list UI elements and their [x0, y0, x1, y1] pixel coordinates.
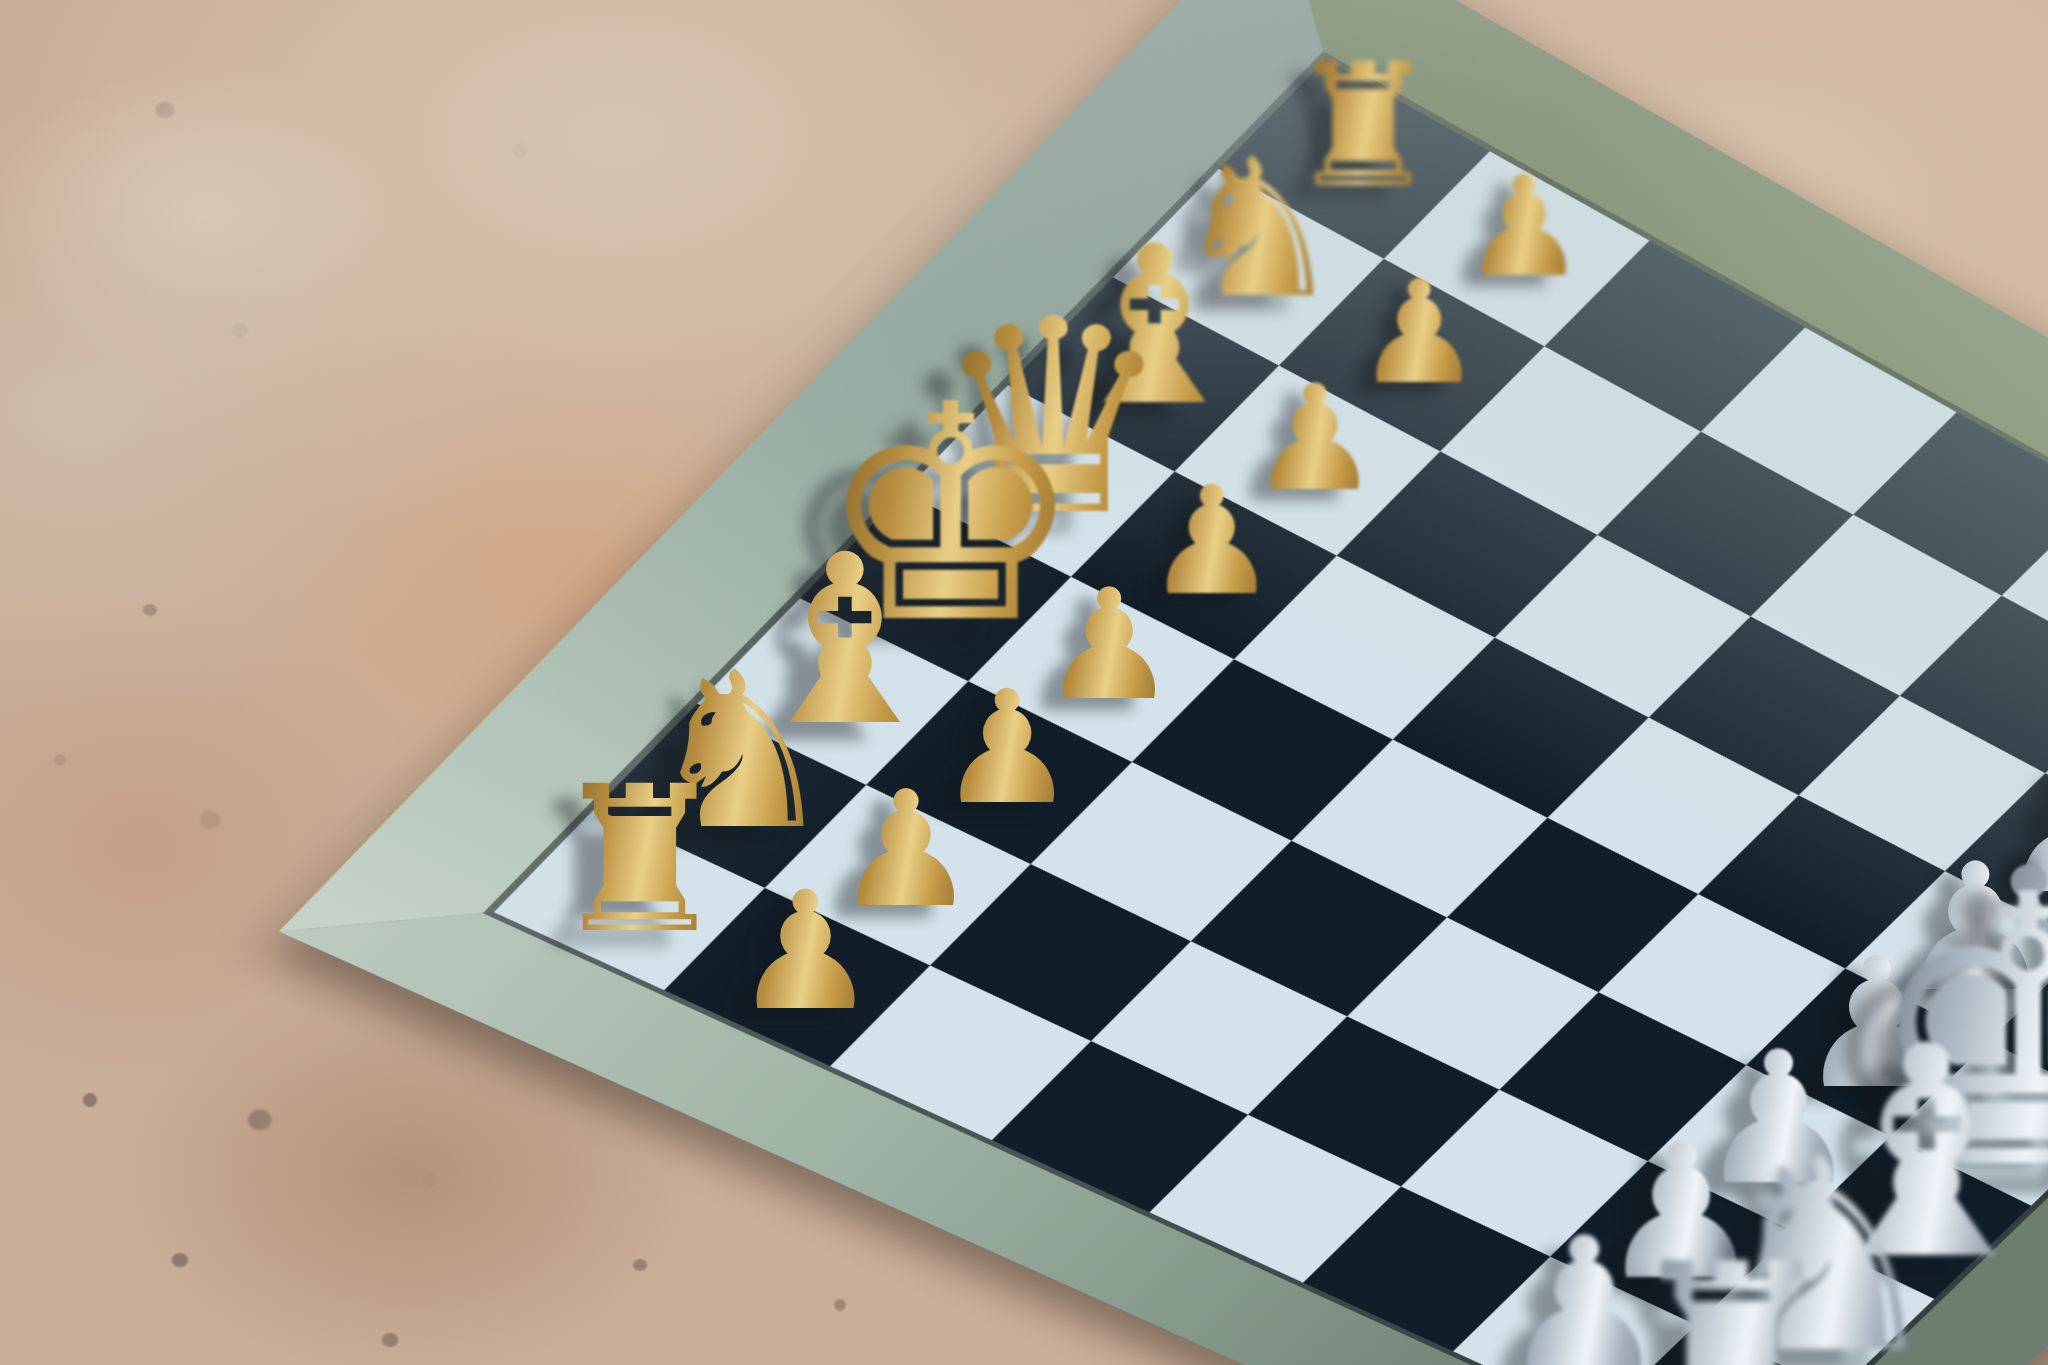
piece-white-rook-h1[interactable]: ♜ [549, 759, 730, 961]
rook-glyph: ♜ [549, 759, 730, 961]
pawn-glyph: ♟ [732, 870, 879, 1034]
piece-white-pawn-h2[interactable]: ♟ [732, 870, 879, 1034]
piece-black-rook-h8[interactable]: ♜ [1619, 1231, 1843, 1365]
rook-glyph: ♜ [1619, 1231, 1843, 1365]
photo-scene: ♜♞♝♛♚♝♞♜♟♟♟♟♟♟♟♟♟♟♟♟♟♟♟♟♝♛♚♝♞♜ [0, 0, 2048, 1365]
